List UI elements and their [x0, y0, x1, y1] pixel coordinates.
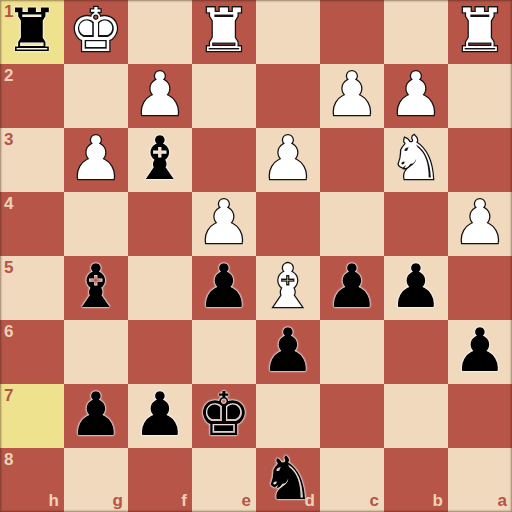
square-c5[interactable]: ♟: [320, 256, 384, 320]
rank-label-8: 8: [4, 451, 13, 468]
square-c8[interactable]: c: [320, 448, 384, 512]
piece-black-pawn-e5[interactable]: ♟: [197, 256, 251, 316]
piece-white-pawn-b2[interactable]: ♟: [389, 64, 443, 124]
square-c7[interactable]: [320, 384, 384, 448]
rank-label-5: 5: [4, 259, 13, 276]
square-h1[interactable]: 1♜: [0, 0, 64, 64]
square-a7[interactable]: [448, 384, 512, 448]
square-a8[interactable]: a: [448, 448, 512, 512]
piece-white-pawn-c2[interactable]: ♟: [325, 64, 379, 124]
piece-black-rook-h1[interactable]: ♜: [5, 0, 59, 60]
piece-white-pawn-f2[interactable]: ♟: [133, 64, 187, 124]
square-d8[interactable]: d♞: [256, 448, 320, 512]
square-e7[interactable]: ♚: [192, 384, 256, 448]
square-e1[interactable]: ♜: [192, 0, 256, 64]
square-g3[interactable]: ♟: [64, 128, 128, 192]
rank-label-4: 4: [4, 195, 13, 212]
square-f4[interactable]: [128, 192, 192, 256]
square-d1[interactable]: [256, 0, 320, 64]
file-label-g: g: [113, 492, 123, 509]
square-b8[interactable]: b: [384, 448, 448, 512]
square-d3[interactable]: ♟: [256, 128, 320, 192]
square-a1[interactable]: ♜: [448, 0, 512, 64]
square-g5[interactable]: ♝: [64, 256, 128, 320]
piece-black-pawn-a6[interactable]: ♟: [453, 320, 507, 380]
piece-white-pawn-a4[interactable]: ♟: [453, 192, 507, 252]
square-b5[interactable]: ♟: [384, 256, 448, 320]
square-g6[interactable]: [64, 320, 128, 384]
file-label-a: a: [498, 492, 507, 509]
square-h6[interactable]: 6: [0, 320, 64, 384]
square-e3[interactable]: [192, 128, 256, 192]
square-d4[interactable]: [256, 192, 320, 256]
chess-board: 1♜♚♜♜2♟♟♟3♟♝♟♞4♟♟5♝♟♝♟♟6♟♟7♟♟♚8hgfed♞cba: [0, 0, 512, 512]
square-h7[interactable]: 7: [0, 384, 64, 448]
square-g1[interactable]: ♚: [64, 0, 128, 64]
rank-label-3: 3: [4, 131, 13, 148]
square-b7[interactable]: [384, 384, 448, 448]
file-label-f: f: [181, 492, 187, 509]
square-e4[interactable]: ♟: [192, 192, 256, 256]
piece-black-bishop-g5[interactable]: ♝: [69, 256, 123, 316]
square-h4[interactable]: 4: [0, 192, 64, 256]
rank-label-7: 7: [4, 387, 13, 404]
piece-black-pawn-d6[interactable]: ♟: [261, 320, 315, 380]
piece-white-pawn-e4[interactable]: ♟: [197, 192, 251, 252]
square-d2[interactable]: [256, 64, 320, 128]
square-a4[interactable]: ♟: [448, 192, 512, 256]
piece-black-bishop-f3[interactable]: ♝: [133, 128, 187, 188]
square-b4[interactable]: [384, 192, 448, 256]
square-g8[interactable]: g: [64, 448, 128, 512]
square-f3[interactable]: ♝: [128, 128, 192, 192]
square-f7[interactable]: ♟: [128, 384, 192, 448]
square-g2[interactable]: [64, 64, 128, 128]
square-f5[interactable]: [128, 256, 192, 320]
piece-white-pawn-g3[interactable]: ♟: [69, 128, 123, 188]
square-g7[interactable]: ♟: [64, 384, 128, 448]
square-e5[interactable]: ♟: [192, 256, 256, 320]
rank-label-6: 6: [4, 323, 13, 340]
square-b1[interactable]: [384, 0, 448, 64]
rank-label-2: 2: [4, 67, 13, 84]
square-h8[interactable]: 8h: [0, 448, 64, 512]
square-d7[interactable]: [256, 384, 320, 448]
piece-black-pawn-c5[interactable]: ♟: [325, 256, 379, 316]
piece-white-rook-a1[interactable]: ♜: [453, 0, 507, 60]
square-e2[interactable]: [192, 64, 256, 128]
square-b3[interactable]: ♞: [384, 128, 448, 192]
piece-white-knight-b3[interactable]: ♞: [389, 128, 443, 188]
file-label-h: h: [49, 492, 59, 509]
square-c6[interactable]: [320, 320, 384, 384]
piece-black-pawn-f7[interactable]: ♟: [133, 384, 187, 444]
square-h2[interactable]: 2: [0, 64, 64, 128]
square-e6[interactable]: [192, 320, 256, 384]
square-f6[interactable]: [128, 320, 192, 384]
square-g4[interactable]: [64, 192, 128, 256]
square-c3[interactable]: [320, 128, 384, 192]
square-h5[interactable]: 5: [0, 256, 64, 320]
square-c4[interactable]: [320, 192, 384, 256]
piece-black-pawn-b5[interactable]: ♟: [389, 256, 443, 316]
square-b6[interactable]: [384, 320, 448, 384]
piece-black-pawn-g7[interactable]: ♟: [69, 384, 123, 444]
piece-black-knight-d8[interactable]: ♞: [261, 448, 315, 508]
piece-white-king-g1[interactable]: ♚: [69, 0, 123, 60]
square-h3[interactable]: 3: [0, 128, 64, 192]
square-a6[interactable]: ♟: [448, 320, 512, 384]
square-f2[interactable]: ♟: [128, 64, 192, 128]
square-b2[interactable]: ♟: [384, 64, 448, 128]
square-c1[interactable]: [320, 0, 384, 64]
piece-white-pawn-d3[interactable]: ♟: [261, 128, 315, 188]
file-label-e: e: [242, 492, 251, 509]
piece-white-rook-e1[interactable]: ♜: [197, 0, 251, 60]
piece-black-king-e7[interactable]: ♚: [197, 384, 251, 444]
square-f8[interactable]: f: [128, 448, 192, 512]
square-a3[interactable]: [448, 128, 512, 192]
file-label-c: c: [370, 492, 379, 509]
square-d5[interactable]: ♝: [256, 256, 320, 320]
square-a2[interactable]: [448, 64, 512, 128]
square-e8[interactable]: e: [192, 448, 256, 512]
file-label-b: b: [433, 492, 443, 509]
square-f1[interactable]: [128, 0, 192, 64]
square-c2[interactable]: ♟: [320, 64, 384, 128]
square-a5[interactable]: [448, 256, 512, 320]
square-d6[interactable]: ♟: [256, 320, 320, 384]
piece-white-bishop-d5[interactable]: ♝: [261, 256, 315, 316]
